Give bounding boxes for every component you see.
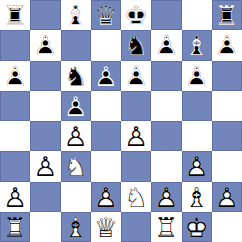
square-c3[interactable]: ♞♘ <box>61 151 91 181</box>
piece-white-knight[interactable]: ♞♘ <box>121 182 151 212</box>
square-g2[interactable]: ♝♗ <box>182 182 212 212</box>
square-g6[interactable]: ♟♙ <box>182 61 212 91</box>
piece-black-rook[interactable]: ♜♖ <box>212 0 242 30</box>
piece-white-pawn[interactable]: ♟♙ <box>212 182 242 212</box>
square-b4[interactable] <box>30 121 60 151</box>
piece-outline-layer: ♗ <box>182 30 212 60</box>
square-g4[interactable] <box>182 121 212 151</box>
piece-outline-layer: ♙ <box>0 61 30 91</box>
piece-white-knight[interactable]: ♞♘ <box>61 151 91 181</box>
piece-outline-layer: ♙ <box>61 91 91 121</box>
square-h8[interactable]: ♜♖ <box>212 0 242 30</box>
piece-white-pawn[interactable]: ♟♙ <box>182 151 212 181</box>
piece-black-knight[interactable]: ♞♘ <box>61 61 91 91</box>
square-e4[interactable]: ♟♙ <box>121 121 151 151</box>
square-d5[interactable] <box>91 91 121 121</box>
piece-black-pawn[interactable]: ♟♙ <box>30 30 60 60</box>
square-h7[interactable]: ♟♙ <box>212 30 242 60</box>
square-b2[interactable] <box>30 182 60 212</box>
piece-outline-layer: ♗ <box>182 182 212 212</box>
piece-black-pawn[interactable]: ♟♙ <box>61 91 91 121</box>
square-a6[interactable]: ♟♙ <box>0 61 30 91</box>
square-b6[interactable] <box>30 61 60 91</box>
piece-outline-layer: ♙ <box>182 151 212 181</box>
piece-black-pawn[interactable]: ♟♙ <box>182 61 212 91</box>
square-g1[interactable]: ♚♔ <box>182 212 212 242</box>
piece-black-bishop[interactable]: ♝♗ <box>182 30 212 60</box>
piece-black-bishop[interactable]: ♝♗ <box>61 0 91 30</box>
piece-outline-layer: ♙ <box>61 121 91 151</box>
piece-white-rook[interactable]: ♜♖ <box>0 212 30 242</box>
square-d3[interactable] <box>91 151 121 181</box>
square-b5[interactable] <box>30 91 60 121</box>
chess-board: ♜♖♝♗♛♕♚♔♜♖♟♙♞♘♟♙♝♗♟♙♟♙♞♘♟♙♟♙♟♙♟♙♟♙♟♙♟♙♞♘… <box>0 0 242 242</box>
piece-outline-layer: ♕ <box>91 0 121 30</box>
square-e6[interactable]: ♟♙ <box>121 61 151 91</box>
piece-outline-layer: ♙ <box>212 30 242 60</box>
square-c1[interactable]: ♝♗ <box>61 212 91 242</box>
piece-outline-layer: ♕ <box>91 212 121 242</box>
piece-outline-layer: ♙ <box>30 30 60 60</box>
piece-outline-layer: ♔ <box>182 212 212 242</box>
square-c4[interactable]: ♟♙ <box>61 121 91 151</box>
piece-black-pawn[interactable]: ♟♙ <box>91 61 121 91</box>
piece-outline-layer: ♙ <box>91 61 121 91</box>
square-g3[interactable]: ♟♙ <box>182 151 212 181</box>
square-d1[interactable]: ♛♕ <box>91 212 121 242</box>
piece-outline-layer: ♖ <box>0 212 30 242</box>
piece-white-bishop[interactable]: ♝♗ <box>61 212 91 242</box>
square-f7[interactable]: ♟♙ <box>151 30 181 60</box>
square-e2[interactable]: ♞♘ <box>121 182 151 212</box>
piece-black-rook[interactable]: ♜♖ <box>0 0 30 30</box>
piece-white-pawn[interactable]: ♟♙ <box>0 182 30 212</box>
square-f5[interactable] <box>151 91 181 121</box>
square-a8[interactable]: ♜♖ <box>0 0 30 30</box>
square-d2[interactable]: ♟♙ <box>91 182 121 212</box>
piece-outline-layer: ♙ <box>182 61 212 91</box>
piece-outline-layer: ♖ <box>0 0 30 30</box>
square-c7[interactable] <box>61 30 91 60</box>
square-h2[interactable]: ♟♙ <box>212 182 242 212</box>
piece-white-pawn[interactable]: ♟♙ <box>121 121 151 151</box>
piece-white-king[interactable]: ♚♔ <box>182 212 212 242</box>
square-a1[interactable]: ♜♖ <box>0 212 30 242</box>
square-d4[interactable] <box>91 121 121 151</box>
piece-outline-layer: ♗ <box>61 0 91 30</box>
piece-outline-layer: ♗ <box>61 212 91 242</box>
piece-white-queen[interactable]: ♛♕ <box>91 212 121 242</box>
square-h5[interactable] <box>212 91 242 121</box>
square-e1[interactable] <box>121 212 151 242</box>
piece-white-bishop[interactable]: ♝♗ <box>182 182 212 212</box>
piece-black-knight[interactable]: ♞♘ <box>121 30 151 60</box>
square-e7[interactable]: ♞♘ <box>121 30 151 60</box>
piece-black-pawn[interactable]: ♟♙ <box>212 30 242 60</box>
square-f4[interactable] <box>151 121 181 151</box>
square-f6[interactable] <box>151 61 181 91</box>
piece-white-pawn[interactable]: ♟♙ <box>91 182 121 212</box>
piece-white-pawn[interactable]: ♟♙ <box>151 182 181 212</box>
square-b3[interactable]: ♟♙ <box>30 151 60 181</box>
piece-black-pawn[interactable]: ♟♙ <box>121 61 151 91</box>
piece-outline-layer: ♘ <box>61 151 91 181</box>
square-e3[interactable] <box>121 151 151 181</box>
square-a4[interactable] <box>0 121 30 151</box>
piece-outline-layer: ♙ <box>151 182 181 212</box>
piece-outline-layer: ♙ <box>0 182 30 212</box>
piece-outline-layer: ♖ <box>151 212 181 242</box>
square-e8[interactable]: ♚♔ <box>121 0 151 30</box>
square-f3[interactable] <box>151 151 181 181</box>
square-b1[interactable] <box>30 212 60 242</box>
square-c2[interactable] <box>61 182 91 212</box>
square-h3[interactable] <box>212 151 242 181</box>
square-g5[interactable] <box>182 91 212 121</box>
square-a3[interactable] <box>0 151 30 181</box>
square-a2[interactable]: ♟♙ <box>0 182 30 212</box>
square-b8[interactable] <box>30 0 60 30</box>
piece-outline-layer: ♘ <box>61 61 91 91</box>
square-f1[interactable]: ♜♖ <box>151 212 181 242</box>
piece-black-pawn[interactable]: ♟♙ <box>0 61 30 91</box>
piece-black-pawn[interactable]: ♟♙ <box>151 30 181 60</box>
square-c6[interactable]: ♞♘ <box>61 61 91 91</box>
piece-outline-layer: ♙ <box>30 151 60 181</box>
square-d7[interactable] <box>91 30 121 60</box>
piece-black-king[interactable]: ♚♔ <box>121 0 151 30</box>
square-h4[interactable] <box>212 121 242 151</box>
square-f2[interactable]: ♟♙ <box>151 182 181 212</box>
square-h1[interactable] <box>212 212 242 242</box>
square-c5[interactable]: ♟♙ <box>61 91 91 121</box>
piece-outline-layer: ♔ <box>121 0 151 30</box>
piece-outline-layer: ♘ <box>121 30 151 60</box>
square-c8[interactable]: ♝♗ <box>61 0 91 30</box>
piece-outline-layer: ♙ <box>91 182 121 212</box>
piece-outline-layer: ♙ <box>151 30 181 60</box>
piece-outline-layer: ♖ <box>212 0 242 30</box>
piece-outline-layer: ♙ <box>212 182 242 212</box>
square-h6[interactable] <box>212 61 242 91</box>
piece-white-pawn[interactable]: ♟♙ <box>30 151 60 181</box>
square-e5[interactable] <box>121 91 151 121</box>
square-d6[interactable]: ♟♙ <box>91 61 121 91</box>
piece-outline-layer: ♘ <box>121 182 151 212</box>
square-f8[interactable] <box>151 0 181 30</box>
square-g7[interactable]: ♝♗ <box>182 30 212 60</box>
piece-white-rook[interactable]: ♜♖ <box>151 212 181 242</box>
square-a5[interactable] <box>0 91 30 121</box>
piece-outline-layer: ♙ <box>121 61 151 91</box>
piece-white-pawn[interactable]: ♟♙ <box>61 121 91 151</box>
square-d8[interactable]: ♛♕ <box>91 0 121 30</box>
piece-black-queen[interactable]: ♛♕ <box>91 0 121 30</box>
square-b7[interactable]: ♟♙ <box>30 30 60 60</box>
square-a7[interactable] <box>0 30 30 60</box>
piece-outline-layer: ♙ <box>121 121 151 151</box>
square-g8[interactable] <box>182 0 212 30</box>
